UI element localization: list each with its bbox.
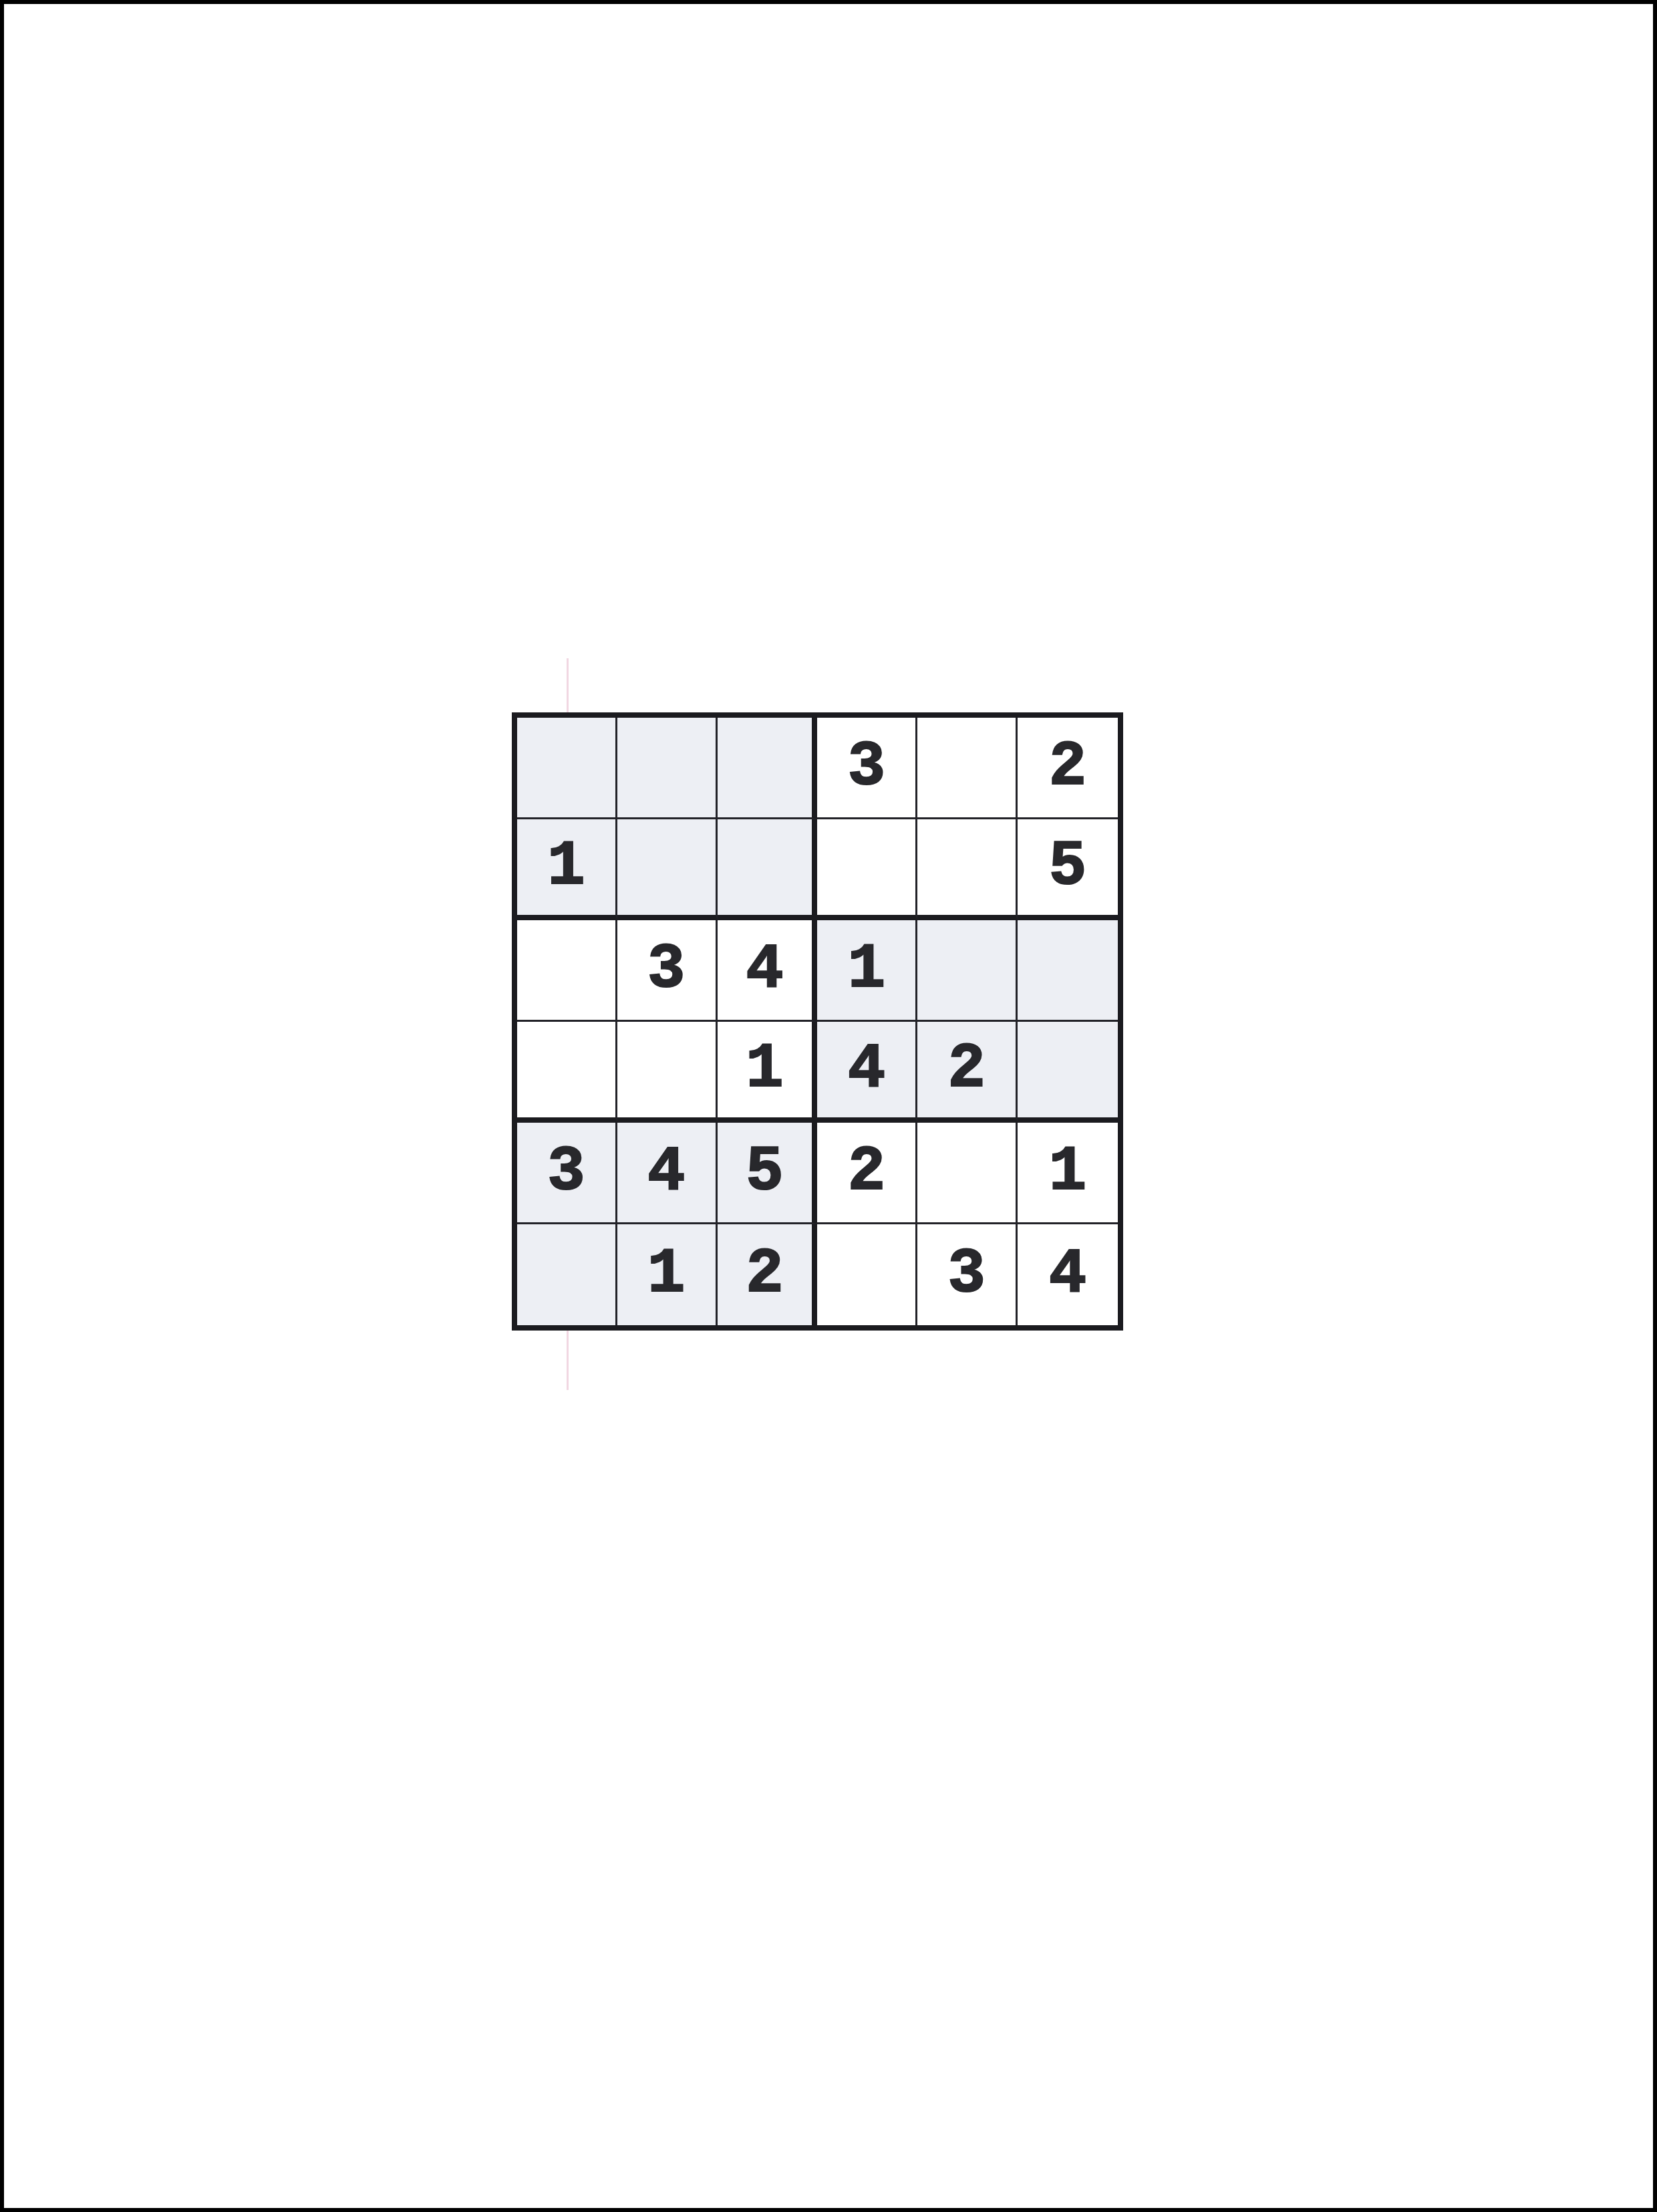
cell-r2c6[interactable]: 5: [1018, 819, 1118, 921]
given-digit: 3: [848, 736, 885, 799]
given-digit: 3: [547, 1141, 585, 1204]
given-digit: 2: [848, 1141, 885, 1204]
cell-r2c4[interactable]: [817, 819, 917, 921]
cell-r5c5[interactable]: [917, 1123, 1018, 1224]
cell-r5c3[interactable]: 5: [718, 1123, 818, 1224]
cell-r1c5[interactable]: [917, 718, 1018, 819]
cell-r4c6[interactable]: [1018, 1022, 1118, 1123]
cell-r1c6[interactable]: 2: [1018, 718, 1118, 819]
cell-r3c1[interactable]: [517, 920, 617, 1022]
sudoku-board: 3215341142345211234: [512, 712, 1123, 1331]
given-digit: 4: [1049, 1243, 1086, 1306]
cell-r6c5[interactable]: 3: [917, 1224, 1018, 1326]
cell-r4c1[interactable]: [517, 1022, 617, 1123]
scanned-sudoku-page: 3215341142345211234: [0, 0, 1657, 2212]
given-digit: 3: [647, 938, 685, 1001]
given-digit: 1: [746, 1038, 783, 1101]
cell-r2c1[interactable]: 1: [517, 819, 617, 921]
cell-r4c2[interactable]: [617, 1022, 718, 1123]
given-digit: 2: [948, 1038, 986, 1101]
cell-r2c2[interactable]: [617, 819, 718, 921]
cell-r2c5[interactable]: [917, 819, 1018, 921]
cell-r6c3[interactable]: 2: [718, 1224, 818, 1326]
given-digit: 1: [1049, 1141, 1086, 1204]
given-digit: 4: [746, 938, 783, 1001]
cell-r5c6[interactable]: 1: [1018, 1123, 1118, 1224]
cell-r6c6[interactable]: 4: [1018, 1224, 1118, 1326]
cell-r5c1[interactable]: 3: [517, 1123, 617, 1224]
cell-r3c3[interactable]: 4: [718, 920, 818, 1022]
cell-r6c2[interactable]: 1: [617, 1224, 718, 1326]
given-digit: 4: [647, 1141, 685, 1204]
cell-r1c1[interactable]: [517, 718, 617, 819]
cell-r2c3[interactable]: [718, 819, 818, 921]
given-digit: 5: [746, 1141, 783, 1204]
cell-r5c4[interactable]: 2: [817, 1123, 917, 1224]
given-digit: 1: [647, 1243, 685, 1306]
cell-r4c3[interactable]: 1: [718, 1022, 818, 1123]
cell-r6c4[interactable]: [817, 1224, 917, 1326]
cell-r3c4[interactable]: 1: [817, 920, 917, 1022]
cell-r6c1[interactable]: [517, 1224, 617, 1326]
given-digit: 2: [1049, 736, 1086, 799]
cell-r1c3[interactable]: [718, 718, 818, 819]
given-digit: 4: [848, 1038, 885, 1101]
given-digit: 1: [848, 938, 885, 1001]
cell-r1c2[interactable]: [617, 718, 718, 819]
cell-r5c2[interactable]: 4: [617, 1123, 718, 1224]
cell-r4c5[interactable]: 2: [917, 1022, 1018, 1123]
cell-r4c4[interactable]: 4: [817, 1022, 917, 1123]
cell-r1c4[interactable]: 3: [817, 718, 917, 819]
given-digit: 5: [1049, 835, 1086, 898]
given-digit: 2: [746, 1243, 783, 1306]
cell-r3c6[interactable]: [1018, 920, 1118, 1022]
given-digit: 3: [948, 1243, 986, 1306]
cell-r3c2[interactable]: 3: [617, 920, 718, 1022]
cell-r3c5[interactable]: [917, 920, 1018, 1022]
given-digit: 1: [547, 835, 585, 898]
